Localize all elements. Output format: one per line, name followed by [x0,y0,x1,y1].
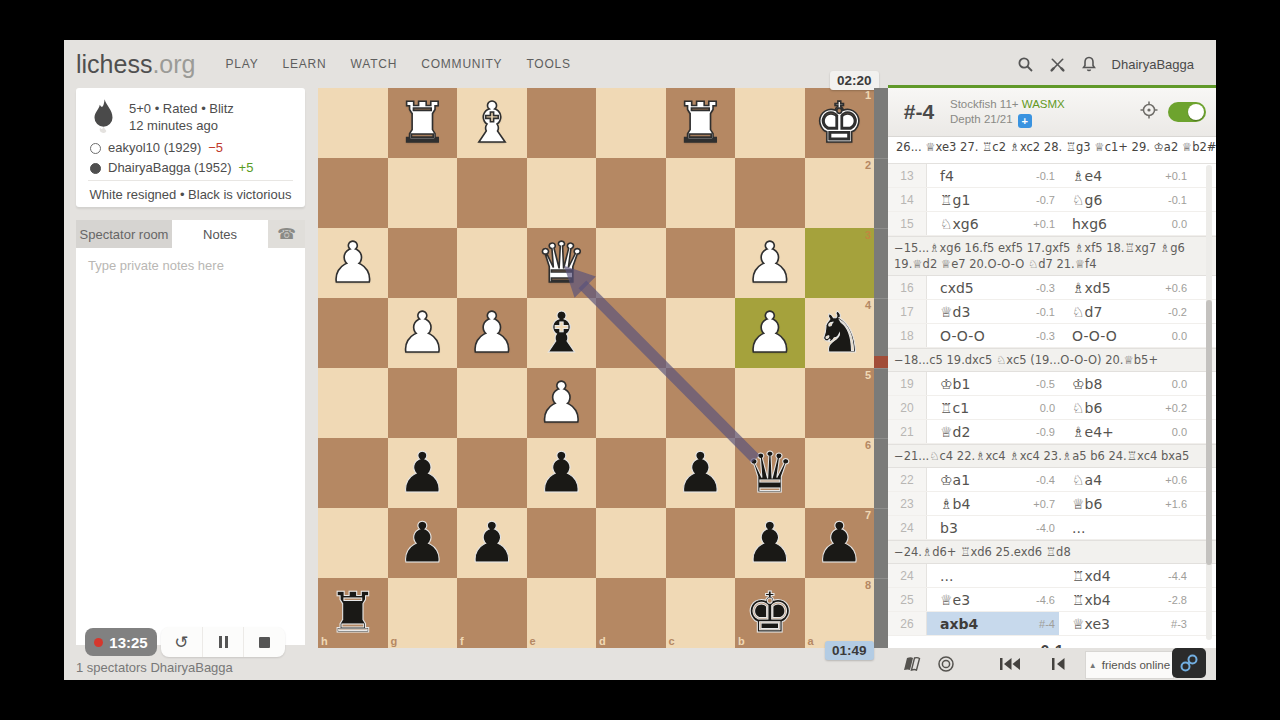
variation-comment[interactable]: −15...♗xg6 16.f5 exf5 17.gxf5 ♗xf5 18.♖x… [888,236,1216,276]
square-h6[interactable] [318,438,388,508]
square-g6[interactable]: ♟ [388,438,458,508]
square-f3[interactable] [457,228,527,298]
black-move-cell[interactable]: ♘d7-0.2 [1059,300,1191,323]
square-h2[interactable] [318,158,388,228]
square-c2[interactable] [666,158,736,228]
lichess-logo[interactable]: lichess.org [76,50,196,79]
square-e4[interactable]: ♝ [527,298,597,368]
practice-crosshair-icon[interactable] [1140,101,1158,123]
move-number: 23 [888,492,927,515]
move-row-19: 19♔b1-0.5♔b80.0 [888,372,1216,396]
white-move-cell[interactable]: axb4#-4 [927,612,1059,635]
black-clock: 01:49 [825,641,874,660]
black-move-cell[interactable]: ♘b6+0.2 [1059,396,1191,419]
black-piece-g7: ♟ [388,508,458,578]
square-h3[interactable]: ♟ [318,228,388,298]
square-e5[interactable]: ♟ [527,368,597,438]
square-e2[interactable] [527,158,597,228]
move-list: 13f4-0.1♗e4+0.114♖g1-0.7♘g6-0.115♘xg6+0.… [888,164,1216,636]
white-piece-f1: ♝ [457,88,527,158]
player-black[interactable]: DhairyaBagga (1952) +5 [90,158,253,178]
variation-comment[interactable]: −24.♗d6+ ♖xd6 25.exd6 ♖d8 [888,540,1216,564]
chess-board[interactable]: ♜♝♜♚12♟♛♟3♟♟♝♟♞4♟5♟♟♟♛6♟♟♟♟7♜hgfedc♚ba8 [318,88,874,648]
move-row-13: 13f4-0.1♗e4+0.1 [888,164,1216,188]
player-black-rating-change: +5 [239,158,254,178]
recording-time: 13:25 [109,634,147,651]
black-circle-icon [90,163,101,174]
square-c1[interactable]: ♜ [666,88,736,158]
game-info-line1: 5+0 • Rated • Blitz [129,100,234,117]
square-a2[interactable]: 2 [805,158,875,228]
file-label-b: b [738,635,745,647]
result-block: 0-1 White resigned, Black is victorious [888,636,1216,648]
variation-comment[interactable]: −21...♘c4 22.♗xc4 ♗xc4 23.♗a5 b6 24.♖xc4… [888,444,1216,468]
move-number: 21 [888,420,927,443]
file-label-f: f [460,635,464,647]
move-number: 24 [888,564,927,587]
tab-notes[interactable]: Notes [172,220,268,248]
variation-comment[interactable]: −18...c5 19.dxc5 ♘xc5 (19...O-O-O) 20.♕b… [888,348,1216,372]
black-move-cell[interactable]: ♘g6-0.1 [1059,188,1191,211]
move-number: 17 [888,300,927,323]
square-a3[interactable]: 3 [805,228,875,298]
white-move-cell[interactable]: ♕e3-4.6 [927,588,1059,611]
friends-online-label: friends online [1102,659,1170,671]
square-b6[interactable]: ♛ [735,438,805,508]
white-move-cell[interactable]: cxd5-0.3 [927,276,1059,299]
square-b4[interactable]: ♟ [735,298,805,368]
nav-item-tools[interactable]: TOOLS [526,57,570,71]
square-c3[interactable] [666,228,736,298]
player-black-name: DhairyaBagga (1952) [108,158,232,178]
square-g7[interactable]: ♟ [388,508,458,578]
eval-gauge [874,88,888,648]
playback-controls: ↺ [161,627,285,657]
rank-label-7: 7 [865,509,871,521]
move-number: 20 [888,396,927,419]
gauge-tick [874,508,888,509]
engine-pv-line[interactable]: 26... ♕xe3 27. ♖c2 ♗xc2 28. ♖g3 ♕c1+ 29.… [888,137,1216,164]
square-g1[interactable]: ♜ [388,88,458,158]
black-piece-b6: ♛ [735,438,805,508]
black-move-cell[interactable]: hxg60.0 [1059,212,1191,235]
square-c4[interactable] [666,298,736,368]
engine-toggle[interactable] [1168,102,1206,122]
move-number: 24 [888,516,927,539]
go-deeper-button[interactable]: + [1018,114,1032,128]
square-e3[interactable]: ♛ [527,228,597,298]
move-row-16: 16cxd5-0.3♗xd5+0.6 [888,276,1216,300]
white-move-cell[interactable]: ♕d2-0.9 [927,420,1059,443]
black-piece-a4: ♞ [805,298,875,368]
square-d3[interactable] [596,228,666,298]
move-row-24: 24...♖xd4-4.4 [888,564,1216,588]
nav-right: DhairyaBagga [1017,40,1194,88]
black-move-cell[interactable]: ... [1059,516,1191,539]
page: lichess.org PLAY LEARN WATCH COMMUNITY T… [64,40,1216,680]
white-move-cell[interactable]: f4-0.1 [927,164,1059,187]
move-row-23: 23♗b4+0.7♕b6+1.6 [888,492,1216,516]
square-e7[interactable] [527,508,597,578]
white-move-cell[interactable]: ♗b4+0.7 [927,492,1059,515]
stop-button[interactable] [244,627,285,657]
black-piece-e6: ♟ [527,438,597,508]
panel-scrollbar-thumb[interactable] [1206,300,1212,565]
square-f1[interactable]: ♝ [457,88,527,158]
black-piece-a7: ♟ [805,508,875,578]
rank-label-2: 2 [865,159,871,171]
square-b8[interactable]: ♚b [735,578,805,648]
square-f7[interactable]: ♟ [457,508,527,578]
white-circle-icon [90,143,101,154]
black-piece-h8: ♜ [318,578,388,648]
square-e1[interactable] [527,88,597,158]
rank-label-4: 4 [865,299,871,311]
move-number: 26 [888,612,927,635]
square-b5[interactable] [735,368,805,438]
square-b2[interactable] [735,158,805,228]
square-b3[interactable]: ♟ [735,228,805,298]
player-white[interactable]: eakyol10 (1929) −5 [90,138,253,158]
square-d8[interactable]: d [596,578,666,648]
square-g3[interactable] [388,228,458,298]
square-f8[interactable]: f [457,578,527,648]
white-piece-e3: ♛ [527,228,597,298]
restart-button[interactable]: ↺ [161,627,203,657]
friends-online-bar[interactable]: ▲friends online [1085,651,1174,679]
rank-label-6: 6 [865,439,871,451]
square-e6[interactable]: ♟ [527,438,597,508]
tab-spectator-room[interactable]: Spectator room [76,220,172,248]
username[interactable]: DhairyaBagga [1112,57,1194,72]
game-info-card: 5+0 • Rated • Blitz 12 minutes ago eakyo… [76,88,305,207]
game-result-text: White resigned • Black is victorious [76,187,305,202]
nav-item-community[interactable]: COMMUNITY [421,57,502,71]
square-a4[interactable]: ♞4 [805,298,875,368]
file-label-c: c [669,635,675,647]
white-piece-a1: ♚ [805,88,875,158]
logo-suffix: .org [152,50,195,78]
square-f4[interactable]: ♟ [457,298,527,368]
move-row-26: 26axb4#-4♕xe3#-3 [888,612,1216,636]
divider [88,180,293,181]
black-move-cell[interactable]: O-O-O0.0 [1059,324,1191,347]
move-number: 18 [888,324,927,347]
search-icon[interactable] [1017,56,1034,73]
move-row-17: 17♕d3-0.1♘d7-0.2 [888,300,1216,324]
black-piece-b7: ♟ [735,508,805,578]
rank-label-8: 8 [865,579,871,591]
engine-depth: Depth 21/21 [950,113,1013,125]
square-g4[interactable]: ♟ [388,298,458,368]
white-piece-f4: ♟ [457,298,527,368]
toggle-knob [1188,104,1204,120]
notifications-bell-icon[interactable] [1081,56,1097,73]
square-g5[interactable] [388,368,458,438]
square-h1[interactable] [318,88,388,158]
white-move-cell[interactable]: ♔b1-0.5 [927,372,1059,395]
square-h7[interactable] [318,508,388,578]
square-b1[interactable] [735,88,805,158]
move-row-14: 14♖g1-0.7♘g6-0.1 [888,188,1216,212]
black-move-cell[interactable]: ♗e4+0.0 [1059,420,1191,443]
game-info-line2: 12 minutes ago [129,117,234,134]
move-row-24: 24b3-4.0... [888,516,1216,540]
pause-icon [219,636,228,648]
chain-link-icon [1179,653,1199,673]
gauge-tick [874,158,888,159]
black-move-cell[interactable]: ♕b6+1.6 [1059,492,1191,515]
white-piece-c1: ♜ [666,88,736,158]
square-h5[interactable] [318,368,388,438]
white-clock: 02:20 [830,71,879,90]
move-number: 19 [888,372,927,395]
black-piece-f7: ♟ [457,508,527,578]
square-c8[interactable]: c [666,578,736,648]
white-piece-e5: ♟ [527,368,597,438]
square-h4[interactable] [318,298,388,368]
move-row-18: 18O-O-O-0.3O-O-O0.0 [888,324,1216,348]
gauge-tick [874,298,888,299]
square-b7[interactable]: ♟ [735,508,805,578]
move-row-25: 25♕e3-4.6♖xb4-2.8 [888,588,1216,612]
stop-icon [259,637,270,648]
white-piece-g4: ♟ [388,298,458,368]
share-link-button[interactable] [1172,648,1206,678]
blitz-flame-icon [90,98,117,138]
square-h8[interactable]: ♜h [318,578,388,648]
black-piece-g6: ♟ [388,438,458,508]
move-number: 13 [888,164,927,187]
white-move-cell[interactable]: ♖g1-0.7 [927,188,1059,211]
engine-tech: WASMX [1022,98,1065,110]
white-piece-b4: ♟ [735,298,805,368]
black-piece-b8: ♚ [735,578,805,648]
practice-target-icon[interactable] [937,655,955,673]
move-row-20: 20♖c10.0♘b6+0.2 [888,396,1216,420]
spectators-line: 1 spectators DhairyaBagga [76,660,233,675]
square-a6[interactable]: 6 [805,438,875,508]
chat-tabs: Spectator room Notes ☎ [76,220,305,248]
analysis-panel: #-4 Stockfish 11+ WASMX Depth 21/21+ 26.… [888,85,1216,648]
square-a7[interactable]: ♟7 [805,508,875,578]
gauge-tick [874,438,888,439]
black-move-cell[interactable]: ♗e4+0.1 [1059,164,1191,187]
engine-header: #-4 Stockfish 11+ WASMX Depth 21/21+ [888,88,1216,137]
rank-label-1: 1 [865,89,871,101]
move-number: 14 [888,188,927,211]
white-move-cell[interactable]: b3-4.0 [927,516,1059,539]
record-dot-icon [94,638,103,647]
square-a8[interactable]: a8 [805,578,875,648]
black-piece-e4: ♝ [527,298,597,368]
square-f6[interactable] [457,438,527,508]
player-white-rating-change: −5 [208,138,223,158]
square-d5[interactable] [596,368,666,438]
square-c7[interactable] [666,508,736,578]
black-move-cell[interactable]: ♕xe3#-3 [1059,612,1191,635]
first-move-button[interactable] [999,657,1021,671]
move-row-22: 22♔a1-0.4♘a4+0.6 [888,468,1216,492]
square-f2[interactable] [457,158,527,228]
white-piece-g1: ♜ [388,88,458,158]
file-label-d: d [599,635,606,647]
gauge-tick [874,228,888,229]
engine-eval: #-4 [888,100,950,124]
analysis-toolbar: ▲friends online [888,648,1216,680]
notes-input[interactable] [76,248,305,645]
nav-menu: PLAY LEARN WATCH COMMUNITY TOOLS [226,57,571,71]
file-label-h: h [321,635,328,647]
challenges-swords-icon[interactable] [1049,56,1066,73]
square-c5[interactable] [666,368,736,438]
square-e8[interactable]: e [527,578,597,648]
logo-main: lichess [76,50,152,78]
black-piece-c6: ♟ [666,438,736,508]
square-d4[interactable] [596,298,666,368]
gauge-tick [874,368,888,369]
recording-clock: 13:25 [85,628,157,656]
square-d7[interactable] [596,508,666,578]
white-move-cell[interactable]: ... [927,564,1059,587]
opening-book-icon[interactable] [900,655,921,673]
phone-icon[interactable]: ☎ [268,220,305,248]
rank-label-5: 5 [865,369,871,381]
nav-item-play[interactable]: PLAY [226,57,259,71]
move-number: 22 [888,468,927,491]
notes-panel [76,248,305,645]
black-move-cell[interactable]: ♔b80.0 [1059,372,1191,395]
square-d2[interactable] [596,158,666,228]
black-move-cell[interactable]: ♖xb4-2.8 [1059,588,1191,611]
square-a5[interactable]: 5 [805,368,875,438]
square-g2[interactable] [388,158,458,228]
black-move-cell[interactable]: ♗xd5+0.6 [1059,276,1191,299]
square-a1[interactable]: ♚1 [805,88,875,158]
white-piece-h3: ♟ [318,228,388,298]
white-piece-b3: ♟ [735,228,805,298]
previous-move-button[interactable] [1051,657,1066,671]
white-move-cell[interactable]: ♖c10.0 [927,396,1059,419]
square-g8[interactable]: g [388,578,458,648]
square-f5[interactable] [457,368,527,438]
move-row-15: 15♘xg6+0.1hxg60.0 [888,212,1216,236]
pause-button[interactable] [203,627,245,657]
rank-label-3: 3 [865,229,871,241]
black-move-cell[interactable]: ♖xd4-4.4 [1059,564,1191,587]
player-white-name: eakyol10 (1929) [108,138,201,158]
white-move-cell[interactable]: ♕d3-0.1 [927,300,1059,323]
white-move-cell[interactable]: ♔a1-0.4 [927,468,1059,491]
file-label-g: g [391,635,398,647]
nav-item-learn[interactable]: LEARN [283,57,327,71]
move-number: 16 [888,276,927,299]
square-d1[interactable] [596,88,666,158]
restart-icon: ↺ [174,632,188,652]
move-number: 15 [888,212,927,235]
move-row-21: 21♕d2-0.9♗e4+0.0 [888,420,1216,444]
top-nav: lichess.org PLAY LEARN WATCH COMMUNITY T… [64,40,1216,88]
expand-triangle-icon: ▲ [1089,661,1097,670]
square-c6[interactable]: ♟ [666,438,736,508]
gauge-tick [874,578,888,579]
file-label-e: e [530,635,536,647]
move-number: 25 [888,588,927,611]
white-move-cell[interactable]: ♘xg6+0.1 [927,212,1059,235]
square-d6[interactable] [596,438,666,508]
nav-item-watch[interactable]: WATCH [351,57,398,71]
engine-name: Stockfish 11+ [950,98,1019,110]
black-move-cell[interactable]: ♘a4+0.6 [1059,468,1191,491]
white-move-cell[interactable]: O-O-O-0.3 [927,324,1059,347]
file-label-a: a [808,635,814,647]
